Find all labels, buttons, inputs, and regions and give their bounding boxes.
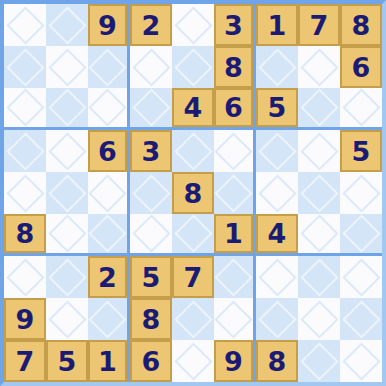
cell-r7c3: 2 — [88, 256, 130, 298]
cell-r6c1: 8 — [4, 214, 46, 256]
cell-r5c1[interactable] — [4, 172, 46, 214]
cell-r4c8[interactable] — [298, 130, 340, 172]
given-digit: 2 — [98, 264, 117, 291]
cell-r6c2[interactable] — [46, 214, 88, 256]
given-digit: 7 — [310, 12, 329, 39]
cell-r4c6[interactable] — [214, 130, 256, 172]
cell-r9c8[interactable] — [298, 340, 340, 382]
given-digit: 4 — [268, 220, 287, 247]
cell-r9c9[interactable] — [340, 340, 382, 382]
given-digit: 7 — [184, 264, 203, 291]
cell-r2c3[interactable] — [88, 46, 130, 88]
cell-r4c4: 3 — [130, 130, 172, 172]
diamond-pattern-icon — [88, 214, 126, 252]
diamond-pattern-icon — [174, 6, 212, 44]
diamond-pattern-icon — [258, 132, 296, 170]
cell-r9c1: 7 — [4, 340, 46, 382]
cell-r3c4[interactable] — [130, 88, 172, 130]
given-digit: 3 — [224, 12, 243, 39]
diamond-pattern-icon — [342, 174, 380, 212]
given-digit: 5 — [352, 138, 371, 165]
cell-r8c1: 9 — [4, 298, 46, 340]
diamond-pattern-icon — [88, 174, 126, 212]
given-digit: 4 — [184, 94, 203, 121]
cell-r5c8[interactable] — [298, 172, 340, 214]
cell-r5c3[interactable] — [88, 172, 130, 214]
cell-r1c9: 8 — [340, 4, 382, 46]
cell-r9c5[interactable] — [172, 340, 214, 382]
cell-r6c9[interactable] — [340, 214, 382, 256]
cell-r8c9[interactable] — [340, 298, 382, 340]
cell-r8c4: 8 — [130, 298, 172, 340]
cell-r7c4: 5 — [130, 256, 172, 298]
cell-r2c8[interactable] — [298, 46, 340, 88]
cell-r1c6: 3 — [214, 4, 256, 46]
cell-r8c2[interactable] — [46, 298, 88, 340]
diamond-pattern-icon — [48, 300, 86, 338]
cell-r9c6: 9 — [214, 340, 256, 382]
cell-r4c9: 5 — [340, 130, 382, 172]
given-digit: 9 — [16, 306, 35, 333]
cell-r8c6[interactable] — [214, 298, 256, 340]
diamond-pattern-icon — [174, 300, 212, 338]
cell-r7c7[interactable] — [256, 256, 298, 298]
diamond-pattern-icon — [342, 214, 380, 252]
diamond-pattern-icon — [88, 300, 126, 338]
given-digit: 9 — [224, 348, 243, 375]
sudoku-board: 92317886465635881425798751698 — [0, 0, 386, 386]
diamond-pattern-icon — [300, 300, 338, 338]
diamond-pattern-icon — [342, 258, 380, 296]
diamond-pattern-icon — [48, 48, 86, 86]
cell-r2c9: 6 — [340, 46, 382, 88]
given-digit: 6 — [352, 54, 371, 81]
diamond-pattern-icon — [132, 174, 170, 212]
cell-r6c8[interactable] — [298, 214, 340, 256]
given-digit: 8 — [268, 348, 287, 375]
cell-r1c5[interactable] — [172, 4, 214, 46]
diamond-pattern-icon — [214, 258, 252, 296]
given-digit: 8 — [352, 12, 371, 39]
diamond-pattern-icon — [214, 174, 252, 212]
cell-r4c5[interactable] — [172, 130, 214, 172]
diamond-pattern-icon — [6, 258, 44, 296]
diamond-pattern-icon — [174, 214, 212, 252]
cell-r2c1[interactable] — [4, 46, 46, 88]
cell-r3c1[interactable] — [4, 88, 46, 130]
cell-r8c3[interactable] — [88, 298, 130, 340]
given-digit: 8 — [142, 306, 161, 333]
cell-r5c2[interactable] — [46, 172, 88, 214]
diamond-pattern-icon — [48, 88, 86, 126]
cell-r3c5: 4 — [172, 88, 214, 130]
diamond-pattern-icon — [6, 174, 44, 212]
cell-r3c6: 6 — [214, 88, 256, 130]
cell-r3c2[interactable] — [46, 88, 88, 130]
cell-r2c7[interactable] — [256, 46, 298, 88]
diamond-pattern-icon — [342, 300, 380, 338]
cell-r3c3[interactable] — [88, 88, 130, 130]
diamond-pattern-icon — [174, 342, 212, 380]
diamond-pattern-icon — [300, 214, 338, 252]
cell-r5c5: 8 — [172, 172, 214, 214]
given-digit: 6 — [98, 138, 117, 165]
diamond-pattern-icon — [132, 88, 170, 126]
cell-r1c2[interactable] — [46, 4, 88, 46]
cell-r7c8[interactable] — [298, 256, 340, 298]
cell-r6c4[interactable] — [130, 214, 172, 256]
diamond-pattern-icon — [258, 48, 296, 86]
cell-r7c9[interactable] — [340, 256, 382, 298]
given-digit: 8 — [224, 54, 243, 81]
cell-r2c6: 8 — [214, 46, 256, 88]
diamond-pattern-icon — [174, 132, 212, 170]
diamond-pattern-icon — [214, 300, 252, 338]
given-digit: 6 — [224, 94, 243, 121]
cell-r6c6: 1 — [214, 214, 256, 256]
given-digit: 7 — [16, 348, 35, 375]
cell-r9c4: 6 — [130, 340, 172, 382]
given-digit: 8 — [16, 220, 35, 247]
given-digit: 1 — [268, 12, 287, 39]
diamond-pattern-icon — [6, 48, 44, 86]
diamond-pattern-icon — [214, 132, 252, 170]
cell-r4c3: 6 — [88, 130, 130, 172]
diamond-pattern-icon — [300, 48, 338, 86]
diamond-pattern-icon — [258, 300, 296, 338]
given-digit: 1 — [224, 220, 243, 247]
cell-r4c7[interactable] — [256, 130, 298, 172]
cell-r5c7[interactable] — [256, 172, 298, 214]
cell-r9c7: 8 — [256, 340, 298, 382]
cell-r7c2[interactable] — [46, 256, 88, 298]
diamond-pattern-icon — [48, 132, 86, 170]
cell-r1c7: 1 — [256, 4, 298, 46]
diamond-pattern-icon — [6, 88, 44, 126]
given-digit: 8 — [184, 180, 203, 207]
diamond-pattern-icon — [6, 132, 44, 170]
cell-r3c8[interactable] — [298, 88, 340, 130]
given-digit: 3 — [142, 138, 161, 165]
cell-r8c8[interactable] — [298, 298, 340, 340]
cell-r5c4[interactable] — [130, 172, 172, 214]
cell-r6c5[interactable] — [172, 214, 214, 256]
cell-r3c7: 5 — [256, 88, 298, 130]
diamond-pattern-icon — [300, 174, 338, 212]
diamond-pattern-icon — [88, 48, 126, 86]
diamond-pattern-icon — [300, 88, 338, 126]
given-digit: 6 — [142, 348, 161, 375]
cell-r6c7: 4 — [256, 214, 298, 256]
diamond-pattern-icon — [300, 132, 338, 170]
cell-r4c1[interactable] — [4, 130, 46, 172]
diamond-pattern-icon — [48, 174, 86, 212]
cell-r2c4[interactable] — [130, 46, 172, 88]
diamond-pattern-icon — [174, 48, 212, 86]
diamond-pattern-icon — [48, 6, 86, 44]
cell-r6c3[interactable] — [88, 214, 130, 256]
diamond-pattern-icon — [342, 342, 380, 380]
cell-r1c8: 7 — [298, 4, 340, 46]
cell-r1c1[interactable] — [4, 4, 46, 46]
diamond-pattern-icon — [258, 174, 296, 212]
cell-r2c5[interactable] — [172, 46, 214, 88]
cell-r3c9[interactable] — [340, 88, 382, 130]
diamond-pattern-icon — [48, 214, 86, 252]
diamond-pattern-icon — [258, 258, 296, 296]
cell-r9c2: 5 — [46, 340, 88, 382]
cell-r2c2[interactable] — [46, 46, 88, 88]
cell-r5c9[interactable] — [340, 172, 382, 214]
cell-r5c6[interactable] — [214, 172, 256, 214]
cell-r1c4: 2 — [130, 4, 172, 46]
diamond-pattern-icon — [342, 88, 380, 126]
diamond-pattern-icon — [6, 6, 44, 44]
diamond-pattern-icon — [48, 258, 86, 296]
cell-r8c5[interactable] — [172, 298, 214, 340]
cell-r9c3: 1 — [88, 340, 130, 382]
cell-r1c3: 9 — [88, 4, 130, 46]
given-digit: 5 — [268, 94, 287, 121]
diamond-pattern-icon — [300, 258, 338, 296]
given-digit: 5 — [58, 348, 77, 375]
diamond-pattern-icon — [300, 342, 338, 380]
cell-r8c7[interactable] — [256, 298, 298, 340]
cell-r7c5: 7 — [172, 256, 214, 298]
diamond-pattern-icon — [132, 214, 170, 252]
given-digit: 2 — [142, 12, 161, 39]
cell-r7c6[interactable] — [214, 256, 256, 298]
diamond-pattern-icon — [132, 48, 170, 86]
cell-r7c1[interactable] — [4, 256, 46, 298]
given-digit: 5 — [142, 264, 161, 291]
diamond-pattern-icon — [88, 88, 126, 126]
cell-r4c2[interactable] — [46, 130, 88, 172]
given-digit: 1 — [98, 348, 117, 375]
given-digit: 9 — [98, 12, 117, 39]
